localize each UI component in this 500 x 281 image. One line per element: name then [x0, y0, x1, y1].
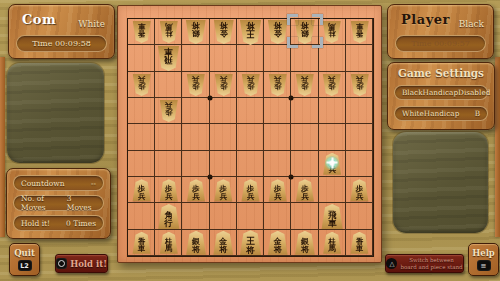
board-square-2h[interactable]: 飛車: [319, 203, 346, 229]
game-settings-title: Game Settings: [388, 67, 494, 79]
piece-kanji: 飛車: [165, 47, 174, 64]
piece-kanji: 歩兵: [192, 185, 200, 200]
white-player-panel: Com White Time 00:09:58: [8, 4, 115, 59]
piece-kanji: 桂馬: [328, 238, 336, 253]
piece-black-p[interactable]: 歩兵: [295, 179, 315, 201]
piece-kanji: 桂馬: [165, 22, 173, 37]
board-square-1b[interactable]: [346, 45, 373, 71]
piece-kanji: 桂馬: [328, 22, 336, 37]
piece-black-b[interactable]: 角行: [157, 204, 180, 229]
board-square-6c[interactable]: 歩兵: [210, 72, 237, 98]
board-square-8g[interactable]: 歩兵: [155, 177, 182, 203]
piece-kanji: 金将: [274, 238, 282, 254]
board-square-7h[interactable]: [182, 203, 209, 229]
board-square-3a[interactable]: 銀将: [291, 19, 318, 45]
piece-kanji: 歩兵: [138, 75, 146, 90]
board-square-4d[interactable]: [264, 98, 291, 124]
piece-white-p[interactable]: 歩兵: [295, 74, 315, 96]
board-square-8i[interactable]: 桂馬: [155, 230, 182, 256]
piece-kanji: 飛車: [328, 211, 337, 228]
piece-black-g[interactable]: 金将: [267, 231, 289, 255]
board-square-4b[interactable]: [264, 45, 291, 71]
quit-button[interactable]: Quit L2: [9, 243, 40, 276]
board-square-9b[interactable]: [128, 45, 155, 71]
piece-kanji: 歩兵: [356, 185, 364, 200]
board-square-9g[interactable]: 歩兵: [128, 177, 155, 203]
piece-kanji: 歩兵: [220, 75, 228, 90]
piece-white-l[interactable]: 香車: [350, 21, 370, 43]
white-handicap-value: B: [475, 109, 480, 118]
piece-black-p[interactable]: 歩兵: [132, 179, 152, 201]
left-edge-strip: [0, 57, 5, 237]
board-square-6h[interactable]: [210, 203, 237, 229]
piece-kanji: 銀将: [192, 238, 200, 254]
board-square-3e[interactable]: [291, 124, 318, 150]
piece-kanji: 銀将: [192, 21, 200, 37]
piece-white-p[interactable]: 歩兵: [322, 74, 342, 96]
piece-black-r[interactable]: 飛車: [321, 204, 344, 229]
board-square-3f[interactable]: [291, 151, 318, 177]
board-square-8c[interactable]: [155, 72, 182, 98]
game-info-panel: Countdown -- No. of Moves 3 Moves Hold i…: [6, 168, 111, 239]
white-side-label: White: [78, 19, 105, 29]
board-square-8d[interactable]: 歩兵: [155, 98, 182, 124]
black-player-panel: Player Black Time 00:09:57: [387, 4, 494, 59]
piece-kanji: 歩兵: [274, 75, 282, 90]
piece-white-g[interactable]: 金将: [267, 20, 289, 44]
board-square-2b[interactable]: [319, 45, 346, 71]
board-square-6a[interactable]: 金将: [210, 19, 237, 45]
board-square-6d[interactable]: [210, 98, 237, 124]
board-square-7d[interactable]: [182, 98, 209, 124]
l2-button-icon: L2: [18, 260, 32, 271]
black-time-display: Time 00:09:57: [395, 35, 486, 52]
board-square-6f[interactable]: [210, 151, 237, 177]
piece-kanji: 王将: [246, 21, 255, 38]
board-square-6g[interactable]: 歩兵: [210, 177, 237, 203]
board-square-9i[interactable]: 香車: [128, 230, 155, 256]
right-edge-strip: [495, 57, 500, 237]
piece-kanji: 金将: [274, 21, 282, 37]
board-square-3d[interactable]: [291, 98, 318, 124]
shogi-app-window: Com White Time 00:09:58 Countdown -- No.…: [0, 0, 500, 281]
board-square-6e[interactable]: [210, 124, 237, 150]
last-move-sparkle-icon: [325, 155, 340, 170]
piece-kanji: 歩兵: [274, 185, 282, 200]
board-square-3i[interactable]: 銀将: [291, 230, 318, 256]
hold-count-label: Hold it!: [21, 219, 50, 228]
board-square-7a[interactable]: 銀将: [182, 19, 209, 45]
countdown-row: Countdown --: [13, 175, 104, 191]
game-settings-panel: Game Settings BlackHandicap Disabled Whi…: [387, 62, 495, 130]
board-square-9h[interactable]: [128, 203, 155, 229]
board-square-3b[interactable]: [291, 45, 318, 71]
board-square-1a[interactable]: 香車: [346, 19, 373, 45]
piece-kanji: 歩兵: [356, 75, 364, 90]
piece-black-p[interactable]: 歩兵: [186, 179, 206, 201]
countdown-label: Countdown: [21, 179, 65, 188]
board-square-4a[interactable]: 金将: [264, 19, 291, 45]
piece-black-p[interactable]: 歩兵: [350, 179, 370, 201]
board-square-4e[interactable]: [264, 124, 291, 150]
board-square-7i[interactable]: 銀将: [182, 230, 209, 256]
board-square-3c[interactable]: 歩兵: [291, 72, 318, 98]
board-square-8e[interactable]: [155, 124, 182, 150]
piece-kanji: 歩兵: [247, 75, 255, 90]
piece-kanji: 金将: [219, 21, 227, 37]
piece-white-r[interactable]: 飛車: [157, 46, 180, 71]
piece-kanji: 香車: [356, 22, 364, 37]
hold-it-button[interactable]: Hold it!: [55, 254, 108, 273]
board-square-5e[interactable]: [237, 124, 264, 150]
piece-kanji: 香車: [138, 238, 146, 253]
board-square-5b[interactable]: [237, 45, 264, 71]
hold-count-value: 0 Times: [66, 219, 96, 228]
board-grid: 香車桂馬銀将金将王将金将銀将桂馬香車飛車歩兵歩兵歩兵歩兵歩兵歩兵歩兵歩兵歩兵歩兵…: [127, 18, 374, 257]
switch-hint-line2: board and piece stand: [400, 264, 462, 271]
black-piece-stand[interactable]: [393, 132, 488, 233]
piece-white-p[interactable]: 歩兵: [159, 100, 179, 122]
board-square-2a[interactable]: 桂馬: [319, 19, 346, 45]
piece-kanji: 歩兵: [165, 185, 173, 200]
board-square-8h[interactable]: 角行: [155, 203, 182, 229]
shogi-board: 香車桂馬銀将金将王将金将銀将桂馬香車飛車歩兵歩兵歩兵歩兵歩兵歩兵歩兵歩兵歩兵歩兵…: [117, 5, 382, 263]
piece-white-l[interactable]: 香車: [132, 21, 152, 43]
board-square-6i[interactable]: 金将: [210, 230, 237, 256]
piece-kanji: 歩兵: [165, 101, 173, 116]
piece-kanji: 香車: [356, 238, 364, 253]
board-square-2d[interactable]: [319, 98, 346, 124]
board-square-2i[interactable]: 桂馬: [319, 230, 346, 256]
board-square-7c[interactable]: 歩兵: [182, 72, 209, 98]
piece-white-p[interactable]: 歩兵: [132, 74, 152, 96]
hold-it-button-label: Hold it!: [70, 259, 107, 269]
move-count-row: No. of Moves 3 Moves: [13, 195, 104, 211]
piece-black-k[interactable]: 王将: [239, 230, 262, 255]
black-handicap-setting[interactable]: BlackHandicap Disabled: [394, 85, 488, 100]
board-square-4g[interactable]: 歩兵: [264, 177, 291, 203]
board-square-4h[interactable]: [264, 203, 291, 229]
board-square-2e[interactable]: [319, 124, 346, 150]
board-square-7f[interactable]: [182, 151, 209, 177]
board-square-1h[interactable]: [346, 203, 373, 229]
black-handicap-value: Disabled: [458, 88, 490, 97]
help-button-label: Help: [472, 248, 495, 258]
board-square-9e[interactable]: [128, 124, 155, 150]
black-player-name: Player: [401, 12, 450, 27]
black-side-label: Black: [459, 19, 484, 29]
board-square-4i[interactable]: 金将: [264, 230, 291, 256]
board-square-3h[interactable]: [291, 203, 318, 229]
piece-kanji: 王将: [246, 237, 255, 254]
board-square-9d[interactable]: [128, 98, 155, 124]
white-time-display: Time 00:09:58: [16, 35, 107, 52]
white-handicap-label: WhiteHandicap: [402, 109, 459, 118]
piece-black-n[interactable]: 桂馬: [159, 232, 179, 254]
board-square-8a[interactable]: 桂馬: [155, 19, 182, 45]
board-square-8b[interactable]: 飛車: [155, 45, 182, 71]
piece-white-n[interactable]: 桂馬: [322, 21, 342, 43]
help-button[interactable]: Help ≡: [468, 243, 499, 276]
piece-black-p[interactable]: 歩兵: [268, 179, 288, 201]
switch-stand-hint[interactable]: △ Switch between board and piece stand: [385, 254, 464, 273]
piece-white-k[interactable]: 王将: [239, 20, 262, 45]
piece-kanji: 歩兵: [247, 185, 255, 200]
piece-white-g[interactable]: 金将: [213, 20, 235, 44]
piece-kanji: 銀将: [301, 21, 309, 37]
board-square-5g[interactable]: 歩兵: [237, 177, 264, 203]
board-square-5c[interactable]: 歩兵: [237, 72, 264, 98]
white-time-text: Time 00:09:58: [32, 39, 91, 48]
piece-kanji: 歩兵: [138, 185, 146, 200]
piece-black-g[interactable]: 金将: [213, 231, 235, 255]
piece-black-l[interactable]: 香車: [132, 232, 152, 254]
move-count-label: No. of Moves: [21, 194, 67, 212]
board-square-4c[interactable]: 歩兵: [264, 72, 291, 98]
piece-kanji: 歩兵: [220, 185, 228, 200]
countdown-value: --: [91, 179, 96, 188]
switch-hint-line1: Switch between: [400, 257, 462, 264]
board-square-1e[interactable]: [346, 124, 373, 150]
board-square-8f[interactable]: [155, 151, 182, 177]
white-handicap-setting[interactable]: WhiteHandicap B: [394, 106, 488, 121]
board-square-1d[interactable]: [346, 98, 373, 124]
board-square-3g[interactable]: 歩兵: [291, 177, 318, 203]
hold-count-row: Hold it! 0 Times: [13, 215, 104, 231]
piece-white-s[interactable]: 銀将: [185, 20, 207, 44]
piece-black-p[interactable]: 歩兵: [241, 179, 261, 201]
piece-white-p[interactable]: 歩兵: [350, 74, 370, 96]
white-piece-stand[interactable]: [7, 63, 104, 163]
board-square-1g[interactable]: 歩兵: [346, 177, 373, 203]
piece-kanji: 歩兵: [301, 75, 309, 90]
piece-black-n[interactable]: 桂馬: [322, 232, 342, 254]
board-square-5h[interactable]: [237, 203, 264, 229]
piece-white-s[interactable]: 銀将: [294, 20, 316, 44]
piece-white-n[interactable]: 桂馬: [159, 21, 179, 43]
piece-kanji: 銀将: [301, 238, 309, 254]
board-square-6b[interactable]: [210, 45, 237, 71]
board-square-2g[interactable]: [319, 177, 346, 203]
board-square-1i[interactable]: 香車: [346, 230, 373, 256]
piece-kanji: 桂馬: [165, 238, 173, 253]
board-square-5i[interactable]: 王将: [237, 230, 264, 256]
black-handicap-label: BlackHandicap: [402, 88, 458, 97]
board-square-4f[interactable]: [264, 151, 291, 177]
piece-white-p[interactable]: 歩兵: [186, 74, 206, 96]
piece-kanji: 角行: [165, 211, 174, 228]
board-square-5a[interactable]: 王将: [237, 19, 264, 45]
piece-white-p[interactable]: 歩兵: [214, 74, 234, 96]
menu-button-icon: ≡: [477, 260, 491, 271]
piece-black-p[interactable]: 歩兵: [159, 179, 179, 201]
piece-white-p[interactable]: 歩兵: [268, 74, 288, 96]
circle-button-icon: [56, 258, 67, 269]
white-player-name: Com: [22, 12, 56, 27]
piece-white-p[interactable]: 歩兵: [241, 74, 261, 96]
piece-black-s[interactable]: 銀将: [185, 231, 207, 255]
board-square-5d[interactable]: [237, 98, 264, 124]
board-square-7b[interactable]: [182, 45, 209, 71]
piece-kanji: 歩兵: [328, 75, 336, 90]
board-square-2f[interactable]: 歩兵: [319, 151, 346, 177]
board-square-7g[interactable]: 歩兵: [182, 177, 209, 203]
move-count-value: 3 Moves: [67, 194, 96, 212]
black-time-text: Time 00:09:57: [411, 39, 470, 48]
piece-kanji: 金将: [219, 238, 227, 254]
triangle-button-icon: △: [386, 258, 397, 269]
board-square-1c[interactable]: 歩兵: [346, 72, 373, 98]
board-square-7e[interactable]: [182, 124, 209, 150]
board-square-2c[interactable]: 歩兵: [319, 72, 346, 98]
board-square-1f[interactable]: [346, 151, 373, 177]
quit-button-label: Quit: [14, 248, 35, 258]
piece-black-s[interactable]: 銀将: [294, 231, 316, 255]
board-square-9c[interactable]: 歩兵: [128, 72, 155, 98]
piece-kanji: 歩兵: [301, 185, 309, 200]
piece-black-p[interactable]: 歩兵: [214, 179, 234, 201]
piece-black-l[interactable]: 香車: [350, 232, 370, 254]
board-square-5f[interactable]: [237, 151, 264, 177]
board-square-9f[interactable]: [128, 151, 155, 177]
piece-kanji: 香車: [138, 22, 146, 37]
piece-kanji: 歩兵: [192, 75, 200, 90]
board-square-9a[interactable]: 香車: [128, 19, 155, 45]
